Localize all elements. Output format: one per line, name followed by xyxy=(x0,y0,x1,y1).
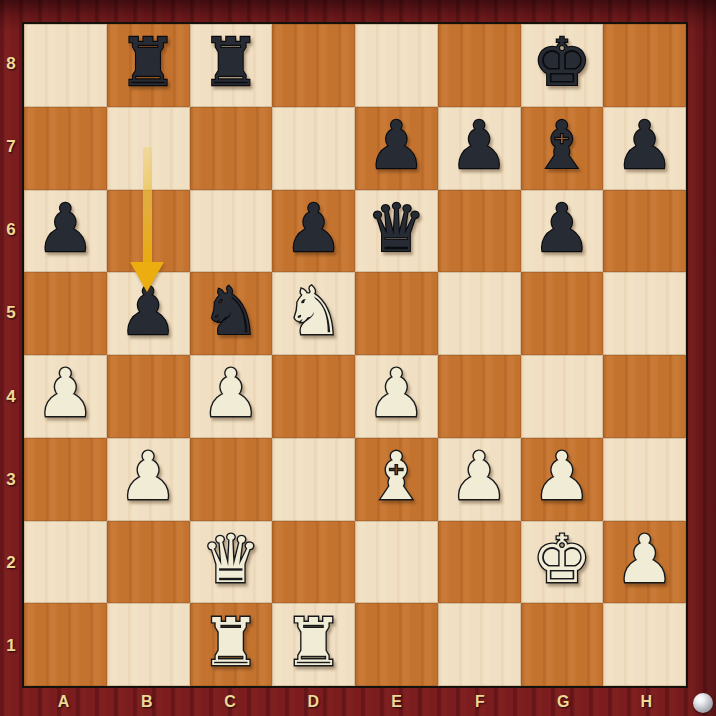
square-a8[interactable] xyxy=(24,24,107,107)
square-a5[interactable] xyxy=(24,272,107,355)
square-b8[interactable]: ♜ xyxy=(107,24,190,107)
square-c2[interactable]: ♛ xyxy=(190,521,273,604)
square-e6[interactable]: ♛ xyxy=(355,190,438,273)
file-label-g: G xyxy=(522,688,605,716)
piece-white-pawn-a4[interactable]: ♟ xyxy=(36,361,95,427)
piece-white-pawn-f3[interactable]: ♟ xyxy=(450,444,509,510)
square-a1[interactable] xyxy=(24,603,107,686)
square-h6[interactable] xyxy=(603,190,686,273)
piece-white-pawn-b3[interactable]: ♟ xyxy=(119,444,178,510)
square-e1[interactable] xyxy=(355,603,438,686)
square-h7[interactable]: ♟ xyxy=(603,107,686,190)
square-d1[interactable]: ♜ xyxy=(272,603,355,686)
file-label-h: H xyxy=(605,688,688,716)
square-g3[interactable]: ♟ xyxy=(521,438,604,521)
square-d8[interactable] xyxy=(272,24,355,107)
square-b1[interactable] xyxy=(107,603,190,686)
decorative-ball-logo xyxy=(693,693,713,713)
square-f5[interactable] xyxy=(438,272,521,355)
square-f8[interactable] xyxy=(438,24,521,107)
square-h3[interactable] xyxy=(603,438,686,521)
piece-white-pawn-h2[interactable]: ♟ xyxy=(615,527,674,593)
piece-black-pawn-a6[interactable]: ♟ xyxy=(36,196,95,262)
square-d6[interactable]: ♟ xyxy=(272,190,355,273)
file-label-e: E xyxy=(355,688,438,716)
square-f4[interactable] xyxy=(438,355,521,438)
square-g2[interactable]: ♚ xyxy=(521,521,604,604)
piece-black-bishop-g7[interactable]: ♝ xyxy=(532,113,591,179)
piece-white-rook-d1[interactable]: ♜ xyxy=(284,610,343,676)
square-g1[interactable] xyxy=(521,603,604,686)
piece-black-pawn-e7[interactable]: ♟ xyxy=(367,113,426,179)
square-c3[interactable] xyxy=(190,438,273,521)
piece-white-pawn-g3[interactable]: ♟ xyxy=(532,444,591,510)
piece-white-king-g2[interactable]: ♚ xyxy=(532,527,591,593)
square-e2[interactable] xyxy=(355,521,438,604)
square-g4[interactable] xyxy=(521,355,604,438)
file-label-a: A xyxy=(22,688,105,716)
piece-black-rook-c8[interactable]: ♜ xyxy=(201,30,260,96)
square-h8[interactable] xyxy=(603,24,686,107)
square-f2[interactable] xyxy=(438,521,521,604)
square-c5[interactable]: ♞ xyxy=(190,272,273,355)
piece-black-rook-b8[interactable]: ♜ xyxy=(119,30,178,96)
square-g6[interactable]: ♟ xyxy=(521,190,604,273)
piece-white-queen-c2[interactable]: ♛ xyxy=(201,527,260,593)
square-h2[interactable]: ♟ xyxy=(603,521,686,604)
piece-black-knight-c5[interactable]: ♞ xyxy=(201,279,260,345)
move-arrow-shaft xyxy=(143,147,152,263)
square-g5[interactable] xyxy=(521,272,604,355)
square-c4[interactable]: ♟ xyxy=(190,355,273,438)
square-c7[interactable] xyxy=(190,107,273,190)
square-a3[interactable] xyxy=(24,438,107,521)
square-a2[interactable] xyxy=(24,521,107,604)
square-d2[interactable] xyxy=(272,521,355,604)
square-a4[interactable]: ♟ xyxy=(24,355,107,438)
rank-label-7: 7 xyxy=(0,105,22,188)
square-c6[interactable] xyxy=(190,190,273,273)
chessboard-frame: ♜♜♚♟♟♝♟♟♟♛♟♟♞♞♟♟♟♟♝♟♟♛♚♟♜♜ 87654321 ABCD… xyxy=(0,0,716,716)
piece-black-pawn-f7[interactable]: ♟ xyxy=(450,113,509,179)
square-d3[interactable] xyxy=(272,438,355,521)
piece-white-knight-d5[interactable]: ♞ xyxy=(284,279,343,345)
piece-black-queen-e6[interactable]: ♛ xyxy=(367,196,426,262)
square-d7[interactable] xyxy=(272,107,355,190)
piece-black-king-g8[interactable]: ♚ xyxy=(532,30,591,96)
piece-white-pawn-c4[interactable]: ♟ xyxy=(201,361,260,427)
square-e4[interactable]: ♟ xyxy=(355,355,438,438)
square-a6[interactable]: ♟ xyxy=(24,190,107,273)
square-b3[interactable]: ♟ xyxy=(107,438,190,521)
square-a7[interactable] xyxy=(24,107,107,190)
piece-black-pawn-d6[interactable]: ♟ xyxy=(284,196,343,262)
square-e5[interactable] xyxy=(355,272,438,355)
rank-label-4: 4 xyxy=(0,355,22,438)
square-f6[interactable] xyxy=(438,190,521,273)
square-d4[interactable] xyxy=(272,355,355,438)
square-d5[interactable]: ♞ xyxy=(272,272,355,355)
piece-white-pawn-e4[interactable]: ♟ xyxy=(367,361,426,427)
piece-black-pawn-h7[interactable]: ♟ xyxy=(615,113,674,179)
move-arrow-head xyxy=(130,262,164,292)
chess-board: ♜♜♚♟♟♝♟♟♟♛♟♟♞♞♟♟♟♟♝♟♟♛♚♟♜♜ xyxy=(22,22,688,688)
square-e3[interactable]: ♝ xyxy=(355,438,438,521)
square-g8[interactable]: ♚ xyxy=(521,24,604,107)
rank-label-6: 6 xyxy=(0,189,22,272)
square-b2[interactable] xyxy=(107,521,190,604)
square-e7[interactable]: ♟ xyxy=(355,107,438,190)
square-b4[interactable] xyxy=(107,355,190,438)
rank-label-3: 3 xyxy=(0,438,22,521)
rank-label-8: 8 xyxy=(0,22,22,105)
square-h4[interactable] xyxy=(603,355,686,438)
rank-label-2: 2 xyxy=(0,522,22,605)
square-h1[interactable] xyxy=(603,603,686,686)
file-label-f: F xyxy=(438,688,521,716)
square-f3[interactable]: ♟ xyxy=(438,438,521,521)
rank-label-1: 1 xyxy=(0,605,22,688)
square-h5[interactable] xyxy=(603,272,686,355)
square-e8[interactable] xyxy=(355,24,438,107)
file-label-b: B xyxy=(105,688,188,716)
square-f7[interactable]: ♟ xyxy=(438,107,521,190)
square-c1[interactable]: ♜ xyxy=(190,603,273,686)
file-label-d: D xyxy=(272,688,355,716)
square-f1[interactable] xyxy=(438,603,521,686)
file-label-c: C xyxy=(189,688,272,716)
rank-label-5: 5 xyxy=(0,272,22,355)
piece-white-rook-c1[interactable]: ♜ xyxy=(201,610,260,676)
piece-white-bishop-e3[interactable]: ♝ xyxy=(367,444,426,510)
square-g7[interactable]: ♝ xyxy=(521,107,604,190)
square-c8[interactable]: ♜ xyxy=(190,24,273,107)
piece-black-pawn-g6[interactable]: ♟ xyxy=(532,196,591,262)
